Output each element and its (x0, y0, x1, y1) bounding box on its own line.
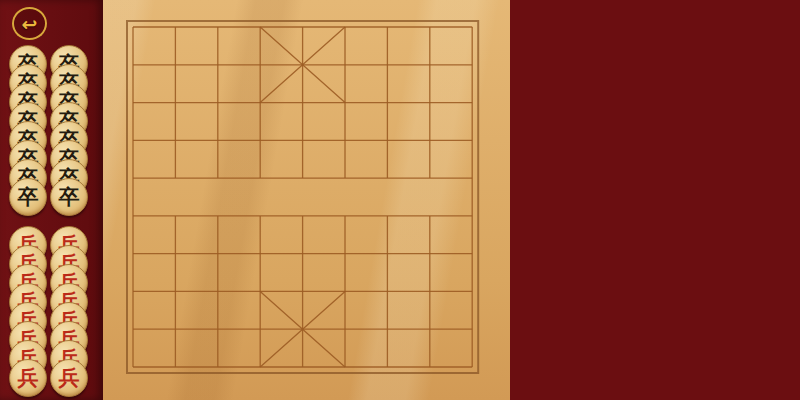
captured-piece-red: 兵 (50, 359, 88, 397)
captured-tray-black: 卒卒卒卒卒卒卒卒卒卒卒卒卒卒卒卒 (9, 45, 88, 216)
board-lines (103, 0, 510, 400)
captured-tray-red: 兵兵兵兵兵兵兵兵兵兵兵兵兵兵兵兵 (9, 226, 88, 397)
game-screen: ↩ 卒卒卒卒卒卒卒卒卒卒卒卒卒卒卒卒 兵兵兵兵兵兵兵兵兵兵兵兵兵兵兵兵 車馬象士… (0, 0, 800, 400)
captured-piece-black: 卒 (50, 178, 88, 216)
tray-column: 兵兵兵兵兵兵兵兵 (50, 226, 88, 397)
captured-tray-panel: ↩ 卒卒卒卒卒卒卒卒卒卒卒卒卒卒卒卒 兵兵兵兵兵兵兵兵兵兵兵兵兵兵兵兵 (0, 0, 103, 400)
board-frame-right (103, 0, 110, 400)
xiangqi-board: 車馬象士将士象馬車炮炮卒卒卒卒卒兵兵兵兵兵炮炮車馬相仕帥仕相馬車 Mức cượ… (103, 0, 510, 400)
tray-column: 卒卒卒卒卒卒卒卒 (9, 45, 47, 216)
tray-column: 卒卒卒卒卒卒卒卒 (50, 45, 88, 216)
captured-piece-red: 兵 (9, 359, 47, 397)
back-icon: ↩ (22, 13, 38, 35)
captured-piece-black: 卒 (9, 178, 47, 216)
tray-column: 兵兵兵兵兵兵兵兵 (9, 226, 47, 397)
back-button[interactable]: ↩ (12, 7, 47, 40)
